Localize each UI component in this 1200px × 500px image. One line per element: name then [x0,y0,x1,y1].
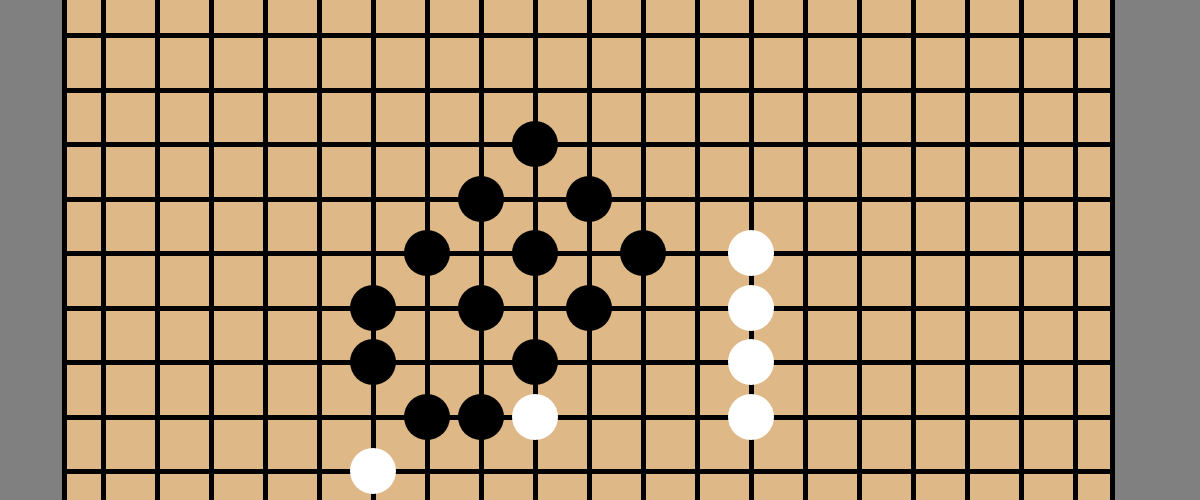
stone-black[interactable]: ● [350,285,396,331]
stone-white[interactable]: ● [728,339,774,385]
stone-black[interactable]: ● [404,394,450,440]
stone-black[interactable]: ● [566,176,612,222]
stone-white[interactable]: ● [512,394,558,440]
board-surface[interactable]: ●●●●●●●●●●●●●●●●●●● [67,0,1110,500]
stone-black[interactable]: ● [512,339,558,385]
stone-black[interactable]: ● [512,121,558,167]
screenshot-stage: ●●●●●●●●●●●●●●●●●●● [0,0,1200,500]
stone-white[interactable]: ● [350,448,396,494]
stone-layer: ●●●●●●●●●●●●●●●●●●● [76,8,1102,499]
go-board[interactable]: ●●●●●●●●●●●●●●●●●●● [62,0,1115,500]
stone-black[interactable]: ● [620,230,666,276]
stone-white[interactable]: ● [728,285,774,331]
stone-black[interactable]: ● [350,339,396,385]
stone-black[interactable]: ● [458,394,504,440]
stone-black[interactable]: ● [458,176,504,222]
stone-black[interactable]: ● [512,230,558,276]
stone-black[interactable]: ● [566,285,612,331]
stone-black[interactable]: ● [404,230,450,276]
stone-black[interactable]: ● [458,285,504,331]
stone-white[interactable]: ● [728,230,774,276]
stone-white[interactable]: ● [728,394,774,440]
